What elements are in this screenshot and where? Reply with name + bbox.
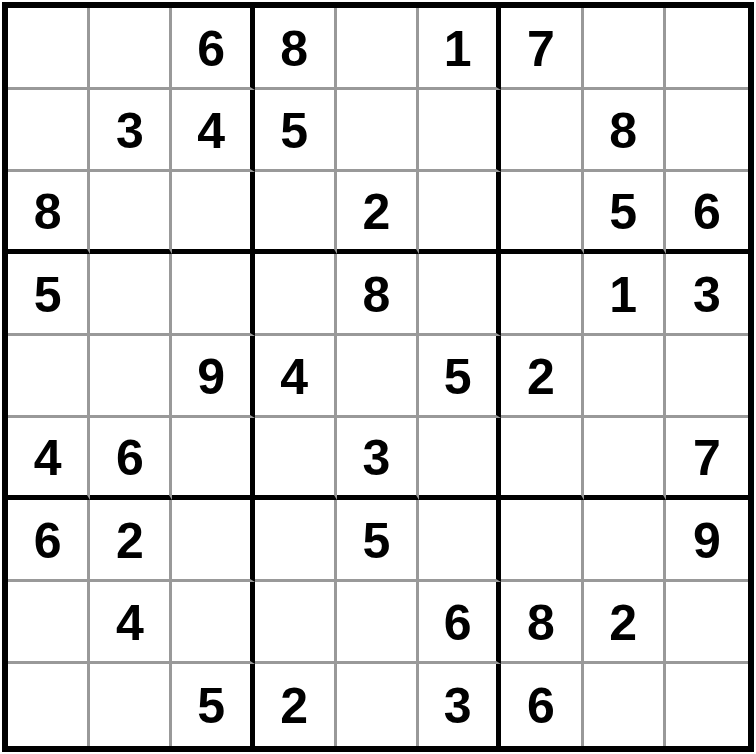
cell-r2c5[interactable] bbox=[337, 90, 419, 172]
given-digit: 5 bbox=[197, 681, 225, 731]
cell-r7c2[interactable]: 2 bbox=[90, 500, 172, 582]
cell-r4c6[interactable] bbox=[419, 254, 501, 336]
given-digit: 2 bbox=[280, 681, 308, 731]
cell-r3c8[interactable]: 5 bbox=[584, 172, 666, 254]
given-digit: 3 bbox=[444, 681, 472, 731]
given-digit: 1 bbox=[609, 270, 637, 320]
given-digit: 4 bbox=[197, 106, 225, 156]
cell-r2c6[interactable] bbox=[419, 90, 501, 172]
cell-r5c9[interactable] bbox=[666, 336, 748, 418]
given-digit: 3 bbox=[363, 433, 391, 483]
cell-r3c1[interactable]: 8 bbox=[8, 172, 90, 254]
cell-r5c2[interactable] bbox=[90, 336, 172, 418]
cell-r2c4[interactable]: 5 bbox=[255, 90, 337, 172]
cell-r5c1[interactable] bbox=[8, 336, 90, 418]
cell-r3c5[interactable]: 2 bbox=[337, 172, 419, 254]
cell-r8c8[interactable]: 2 bbox=[584, 582, 666, 664]
given-digit: 3 bbox=[693, 270, 721, 320]
cell-r8c3[interactable] bbox=[172, 582, 254, 664]
cell-r7c6[interactable] bbox=[419, 500, 501, 582]
given-digit: 8 bbox=[609, 106, 637, 156]
given-digit: 6 bbox=[197, 24, 225, 74]
cell-r2c1[interactable] bbox=[8, 90, 90, 172]
cell-r1c8[interactable] bbox=[584, 8, 666, 90]
given-digit: 2 bbox=[609, 598, 637, 648]
cell-r2c3[interactable]: 4 bbox=[172, 90, 254, 172]
cell-r5c3[interactable]: 9 bbox=[172, 336, 254, 418]
cell-r6c2[interactable]: 6 bbox=[90, 418, 172, 500]
cell-r1c7[interactable]: 7 bbox=[501, 8, 583, 90]
cell-r3c7[interactable] bbox=[501, 172, 583, 254]
given-digit: 4 bbox=[116, 598, 144, 648]
cell-r9c2[interactable] bbox=[90, 664, 172, 746]
given-digit: 2 bbox=[527, 352, 555, 402]
given-digit: 6 bbox=[34, 516, 62, 566]
given-digit: 6 bbox=[116, 433, 144, 483]
cell-r4c9[interactable]: 3 bbox=[666, 254, 748, 336]
cell-r8c5[interactable] bbox=[337, 582, 419, 664]
cell-r7c3[interactable] bbox=[172, 500, 254, 582]
cell-r9c5[interactable] bbox=[337, 664, 419, 746]
cell-r9c3[interactable]: 5 bbox=[172, 664, 254, 746]
given-digit: 6 bbox=[527, 681, 555, 731]
cell-r9c7[interactable]: 6 bbox=[501, 664, 583, 746]
cell-r7c9[interactable]: 9 bbox=[666, 500, 748, 582]
given-digit: 5 bbox=[280, 106, 308, 156]
cell-r8c1[interactable] bbox=[8, 582, 90, 664]
cell-r5c5[interactable] bbox=[337, 336, 419, 418]
cell-r6c1[interactable]: 4 bbox=[8, 418, 90, 500]
given-digit: 6 bbox=[444, 598, 472, 648]
cell-r2c9[interactable] bbox=[666, 90, 748, 172]
cell-r4c8[interactable]: 1 bbox=[584, 254, 666, 336]
cell-r6c6[interactable] bbox=[419, 418, 501, 500]
cell-r2c2[interactable]: 3 bbox=[90, 90, 172, 172]
given-digit: 3 bbox=[116, 106, 144, 156]
given-digit: 5 bbox=[444, 352, 472, 402]
cell-r2c8[interactable]: 8 bbox=[584, 90, 666, 172]
cell-r3c4[interactable] bbox=[255, 172, 337, 254]
given-digit: 5 bbox=[34, 270, 62, 320]
cell-r6c4[interactable] bbox=[255, 418, 337, 500]
cell-r3c3[interactable] bbox=[172, 172, 254, 254]
cell-r5c7[interactable]: 2 bbox=[501, 336, 583, 418]
cell-r7c8[interactable] bbox=[584, 500, 666, 582]
cell-r4c4[interactable] bbox=[255, 254, 337, 336]
given-digit: 7 bbox=[693, 433, 721, 483]
cell-r7c1[interactable]: 6 bbox=[8, 500, 90, 582]
cell-r9c6[interactable]: 3 bbox=[419, 664, 501, 746]
cell-r4c5[interactable]: 8 bbox=[337, 254, 419, 336]
cell-r8c6[interactable]: 6 bbox=[419, 582, 501, 664]
given-digit: 8 bbox=[280, 24, 308, 74]
given-digit: 4 bbox=[34, 433, 62, 483]
cell-r1c1[interactable] bbox=[8, 8, 90, 90]
cell-r7c5[interactable]: 5 bbox=[337, 500, 419, 582]
cell-r6c3[interactable] bbox=[172, 418, 254, 500]
cell-r5c4[interactable]: 4 bbox=[255, 336, 337, 418]
cell-r3c6[interactable] bbox=[419, 172, 501, 254]
cell-r9c1[interactable] bbox=[8, 664, 90, 746]
cell-r9c8[interactable] bbox=[584, 664, 666, 746]
sudoku-board-wrapper: 681734588256581394524637625946825236 bbox=[0, 0, 756, 754]
cell-r4c1[interactable]: 5 bbox=[8, 254, 90, 336]
cell-r3c2[interactable] bbox=[90, 172, 172, 254]
cell-r7c4[interactable] bbox=[255, 500, 337, 582]
cell-r4c3[interactable] bbox=[172, 254, 254, 336]
cell-r8c2[interactable]: 4 bbox=[90, 582, 172, 664]
given-digit: 4 bbox=[280, 352, 308, 402]
cell-r8c9[interactable] bbox=[666, 582, 748, 664]
given-digit: 8 bbox=[527, 598, 555, 648]
given-digit: 9 bbox=[693, 516, 721, 566]
cell-r6c9[interactable]: 7 bbox=[666, 418, 748, 500]
cell-r1c9[interactable] bbox=[666, 8, 748, 90]
cell-r2c7[interactable] bbox=[501, 90, 583, 172]
given-digit: 8 bbox=[363, 270, 391, 320]
given-digit: 5 bbox=[363, 516, 391, 566]
cell-r8c7[interactable]: 8 bbox=[501, 582, 583, 664]
cell-r6c5[interactable]: 3 bbox=[337, 418, 419, 500]
given-digit: 8 bbox=[34, 187, 62, 237]
sudoku-board: 681734588256581394524637625946825236 bbox=[2, 2, 754, 752]
cell-r1c4[interactable]: 8 bbox=[255, 8, 337, 90]
cell-r1c3[interactable]: 6 bbox=[172, 8, 254, 90]
given-digit: 2 bbox=[116, 516, 144, 566]
cell-r6c7[interactable] bbox=[501, 418, 583, 500]
cell-r9c4[interactable]: 2 bbox=[255, 664, 337, 746]
cell-r1c5[interactable] bbox=[337, 8, 419, 90]
cell-r5c6[interactable]: 5 bbox=[419, 336, 501, 418]
cell-r1c2[interactable] bbox=[90, 8, 172, 90]
cell-r7c7[interactable] bbox=[501, 500, 583, 582]
cell-r4c2[interactable] bbox=[90, 254, 172, 336]
cell-r6c8[interactable] bbox=[584, 418, 666, 500]
given-digit: 6 bbox=[693, 187, 721, 237]
given-digit: 5 bbox=[609, 187, 637, 237]
cell-r8c4[interactable] bbox=[255, 582, 337, 664]
cell-r5c8[interactable] bbox=[584, 336, 666, 418]
given-digit: 1 bbox=[444, 24, 472, 74]
cell-r1c6[interactable]: 1 bbox=[419, 8, 501, 90]
cell-r3c9[interactable]: 6 bbox=[666, 172, 748, 254]
cell-r9c9[interactable] bbox=[666, 664, 748, 746]
given-digit: 2 bbox=[363, 187, 391, 237]
given-digit: 7 bbox=[527, 24, 555, 74]
cell-r4c7[interactable] bbox=[501, 254, 583, 336]
given-digit: 9 bbox=[197, 352, 225, 402]
